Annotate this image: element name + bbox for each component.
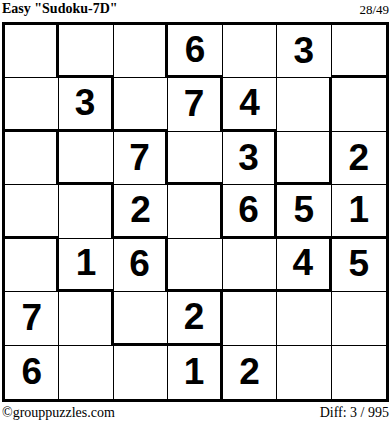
cell-r3c3[interactable]: 7	[114, 132, 168, 185]
cell-r2c2[interactable]: 3	[59, 78, 113, 131]
given-digit: 2	[348, 139, 369, 176]
given-digit: 5	[294, 191, 315, 228]
given-digit: 3	[238, 139, 259, 176]
cell-r1c6[interactable]: 3	[277, 25, 331, 78]
given-digit: 7	[184, 85, 205, 122]
cell-r6c4[interactable]: 2	[168, 292, 222, 345]
given-digit: 2	[239, 353, 260, 390]
cell-r2c6[interactable]	[277, 78, 331, 131]
cell-r4c5[interactable]: 6	[223, 185, 277, 238]
cell-r4c4[interactable]	[168, 185, 222, 238]
cell-r3c6[interactable]	[277, 132, 331, 185]
given-digit: 6	[238, 191, 259, 228]
given-digit: 4	[293, 244, 314, 281]
cell-r6c1[interactable]: 7	[5, 292, 59, 345]
cell-r1c5[interactable]	[223, 25, 277, 78]
cell-r6c6[interactable]	[277, 292, 331, 345]
given-digit: 3	[294, 32, 315, 69]
cell-r5c1[interactable]	[5, 239, 59, 292]
given-digit: 6	[129, 245, 150, 282]
sudoku-grid: 633747322651164572612	[2, 22, 389, 402]
given-digit: 7	[21, 299, 42, 336]
given-digit: 6	[21, 353, 42, 390]
cell-r7c7[interactable]	[332, 346, 386, 399]
cell-r3c4[interactable]	[168, 132, 222, 185]
cell-r5c7[interactable]: 5	[332, 239, 386, 292]
cell-r1c4[interactable]: 6	[168, 25, 222, 78]
cell-r6c2[interactable]	[59, 292, 113, 345]
page-title: Easy "Sudoku-7D"	[2, 1, 118, 17]
given-digit: 1	[348, 191, 369, 228]
cell-r6c7[interactable]	[332, 292, 386, 345]
given-digit: 5	[348, 245, 369, 282]
cell-r3c5[interactable]: 3	[223, 132, 277, 185]
cell-r2c7[interactable]	[332, 78, 386, 131]
cell-r3c1[interactable]	[5, 132, 59, 185]
given-digit: 7	[129, 139, 150, 176]
cell-r6c3[interactable]	[114, 292, 168, 345]
cell-r3c2[interactable]	[59, 132, 113, 185]
cell-r7c4[interactable]: 1	[168, 346, 222, 399]
cell-r5c2[interactable]: 1	[59, 239, 113, 292]
cell-r1c3[interactable]	[114, 25, 168, 78]
cell-r7c3[interactable]	[114, 346, 168, 399]
cell-r7c5[interactable]: 2	[223, 346, 277, 399]
cell-r4c1[interactable]	[5, 185, 59, 238]
given-digit: 2	[130, 191, 151, 228]
cell-r5c4[interactable]	[168, 239, 222, 292]
given-digit: 6	[185, 31, 206, 68]
cell-r1c1[interactable]	[5, 25, 59, 78]
cell-r4c3[interactable]: 2	[114, 185, 168, 238]
given-digit: 2	[184, 298, 205, 335]
cell-r6c5[interactable]	[223, 292, 277, 345]
given-digit: 3	[75, 84, 96, 121]
cell-r7c6[interactable]	[277, 346, 331, 399]
given-digit: 1	[76, 244, 97, 281]
puzzle-counter: 28/49	[359, 2, 389, 18]
cell-r2c4[interactable]: 7	[168, 78, 222, 131]
cell-r4c6[interactable]: 5	[277, 185, 331, 238]
given-digit: 4	[239, 84, 260, 121]
copyright: ©grouppuzzles.com	[2, 405, 115, 421]
cell-r1c2[interactable]	[59, 25, 113, 78]
cell-r2c3[interactable]	[114, 78, 168, 131]
difficulty-label: Diff: 3 / 995	[320, 405, 389, 421]
given-digit: 1	[184, 353, 205, 390]
cell-r4c7[interactable]: 1	[332, 185, 386, 238]
cell-r5c6[interactable]: 4	[277, 239, 331, 292]
cell-r5c3[interactable]: 6	[114, 239, 168, 292]
cell-r3c7[interactable]: 2	[332, 132, 386, 185]
cell-r1c7[interactable]	[332, 25, 386, 78]
cell-r2c1[interactable]	[5, 78, 59, 131]
cell-r5c5[interactable]	[223, 239, 277, 292]
cell-r7c2[interactable]	[59, 346, 113, 399]
cell-r2c5[interactable]: 4	[223, 78, 277, 131]
cell-r7c1[interactable]: 6	[5, 346, 59, 399]
cell-r4c2[interactable]	[59, 185, 113, 238]
